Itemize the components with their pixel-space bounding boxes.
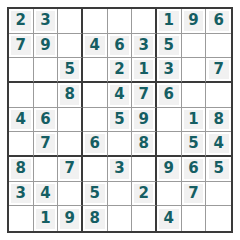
cell-r1c5[interactable] xyxy=(108,9,133,34)
cell-r6c8: 5 xyxy=(182,132,207,157)
cell-r2c2: 9 xyxy=(34,34,59,59)
cell-r7c1: 8 xyxy=(9,157,34,182)
cell-r3c2[interactable] xyxy=(34,58,59,83)
given-digit: 6 xyxy=(36,110,55,129)
cell-r3c4[interactable] xyxy=(83,58,108,83)
given-digit: 5 xyxy=(85,184,104,203)
given-digit: 3 xyxy=(110,159,129,178)
sudoku-board: 2319679463552137847646591876854873965345… xyxy=(7,7,233,233)
given-digit: 2 xyxy=(110,60,129,79)
given-digit: 9 xyxy=(134,110,153,129)
given-digit: 2 xyxy=(134,184,153,203)
cell-r1c8: 9 xyxy=(182,9,207,34)
cell-r5c6: 9 xyxy=(132,108,157,133)
given-digit: 7 xyxy=(11,36,30,55)
cell-r2c7: 5 xyxy=(157,34,182,59)
cell-r3c1[interactable] xyxy=(9,58,34,83)
cell-r8c9[interactable] xyxy=(206,182,231,207)
cell-r9c2: 1 xyxy=(34,206,59,231)
given-digit: 8 xyxy=(209,110,229,129)
cell-r2c1: 7 xyxy=(9,34,34,59)
cell-r1c9: 6 xyxy=(206,9,231,34)
cell-r9c9[interactable] xyxy=(206,206,231,231)
cell-r9c3: 9 xyxy=(58,206,83,231)
given-digit: 5 xyxy=(159,36,178,55)
given-digit: 8 xyxy=(85,209,104,229)
cell-r5c8: 1 xyxy=(182,108,207,133)
cell-r8c8: 7 xyxy=(182,182,207,207)
given-digit: 5 xyxy=(60,60,79,79)
cell-r2c5: 6 xyxy=(108,34,133,59)
given-digit: 9 xyxy=(159,159,178,178)
cell-r2c8[interactable] xyxy=(182,34,207,59)
given-digit: 9 xyxy=(184,11,203,30)
cell-r5c1: 4 xyxy=(9,108,34,133)
given-digit: 3 xyxy=(36,11,55,30)
given-digit: 4 xyxy=(110,85,129,104)
cell-r6c7[interactable] xyxy=(157,132,182,157)
cell-r7c8: 6 xyxy=(182,157,207,182)
given-digit: 7 xyxy=(134,85,153,104)
cell-r3c7: 3 xyxy=(157,58,182,83)
cell-r4c8[interactable] xyxy=(182,83,207,108)
cell-r8c5[interactable] xyxy=(108,182,133,207)
given-digit: 9 xyxy=(36,36,55,55)
cell-r8c4: 5 xyxy=(83,182,108,207)
cell-r5c9: 8 xyxy=(206,108,231,133)
given-digit: 1 xyxy=(184,110,203,129)
cell-r9c1[interactable] xyxy=(9,206,34,231)
cell-r7c6[interactable] xyxy=(132,157,157,182)
given-digit: 4 xyxy=(36,184,55,203)
cell-r8c6: 2 xyxy=(132,182,157,207)
cell-r1c7: 1 xyxy=(157,9,182,34)
cell-r1c3[interactable] xyxy=(58,9,83,34)
cell-r3c9: 7 xyxy=(206,58,231,83)
sudoku-app: 2319679463552137847646591876854873965345… xyxy=(0,0,240,240)
cell-r5c4[interactable] xyxy=(83,108,108,133)
given-digit: 5 xyxy=(209,159,229,178)
given-digit: 1 xyxy=(134,60,153,79)
cell-r4c6: 7 xyxy=(132,83,157,108)
cell-r6c1[interactable] xyxy=(9,132,34,157)
cell-r1c1: 2 xyxy=(9,9,34,34)
cell-r8c3[interactable] xyxy=(58,182,83,207)
given-digit: 5 xyxy=(184,134,203,153)
cell-r7c5: 3 xyxy=(108,157,133,182)
given-digit: 3 xyxy=(159,60,178,79)
given-digit: 9 xyxy=(60,209,79,229)
cell-r5c3[interactable] xyxy=(58,108,83,133)
given-digit: 6 xyxy=(159,85,178,104)
cell-r6c6: 8 xyxy=(132,132,157,157)
given-digit: 1 xyxy=(159,11,178,30)
cell-r6c5[interactable] xyxy=(108,132,133,157)
cell-r5c2: 6 xyxy=(34,108,59,133)
cell-r9c5[interactable] xyxy=(108,206,133,231)
cell-r4c2[interactable] xyxy=(34,83,59,108)
cell-r6c2: 7 xyxy=(34,132,59,157)
given-digit: 6 xyxy=(110,36,129,55)
given-digit: 3 xyxy=(11,184,30,203)
cell-r4c3: 8 xyxy=(58,83,83,108)
cell-r2c4: 4 xyxy=(83,34,108,59)
cell-r1c2: 3 xyxy=(34,9,59,34)
given-digit: 8 xyxy=(11,159,30,178)
given-digit: 6 xyxy=(85,134,104,153)
cell-r3c5: 2 xyxy=(108,58,133,83)
cell-r2c6: 3 xyxy=(132,34,157,59)
cell-r7c3: 7 xyxy=(58,157,83,182)
cell-r8c1: 3 xyxy=(9,182,34,207)
given-digit: 7 xyxy=(36,134,55,153)
cell-r3c3: 5 xyxy=(58,58,83,83)
cell-r2c9[interactable] xyxy=(206,34,231,59)
cell-r3c8[interactable] xyxy=(182,58,207,83)
given-digit: 7 xyxy=(60,159,79,178)
cell-r7c7: 9 xyxy=(157,157,182,182)
given-digit: 7 xyxy=(209,60,229,79)
cell-r8c7[interactable] xyxy=(157,182,182,207)
cell-r5c7[interactable] xyxy=(157,108,182,133)
cell-r2c3[interactable] xyxy=(58,34,83,59)
cell-r9c7: 4 xyxy=(157,206,182,231)
cell-r4c1[interactable] xyxy=(9,83,34,108)
cell-r9c6[interactable] xyxy=(132,206,157,231)
given-digit: 4 xyxy=(209,134,229,153)
cell-r1c4[interactable] xyxy=(83,9,108,34)
cell-r7c2[interactable] xyxy=(34,157,59,182)
cell-r6c9: 4 xyxy=(206,132,231,157)
given-digit: 1 xyxy=(36,209,55,229)
given-digit: 5 xyxy=(110,110,129,129)
given-digit: 6 xyxy=(184,159,203,178)
cell-r7c4[interactable] xyxy=(83,157,108,182)
cell-r6c3[interactable] xyxy=(58,132,83,157)
cell-r9c4: 8 xyxy=(83,206,108,231)
given-digit: 8 xyxy=(134,134,153,153)
cell-r9c8[interactable] xyxy=(182,206,207,231)
cell-r7c9: 5 xyxy=(206,157,231,182)
cell-r4c9[interactable] xyxy=(206,83,231,108)
cell-r5c5: 5 xyxy=(108,108,133,133)
cell-r6c4: 6 xyxy=(83,132,108,157)
cell-r4c7: 6 xyxy=(157,83,182,108)
cell-r3c6: 1 xyxy=(132,58,157,83)
given-digit: 8 xyxy=(60,85,79,104)
given-digit: 6 xyxy=(209,11,229,30)
given-digit: 4 xyxy=(11,110,30,129)
cell-r8c2: 4 xyxy=(34,182,59,207)
cell-r4c5: 4 xyxy=(108,83,133,108)
given-digit: 4 xyxy=(159,209,178,229)
given-digit: 2 xyxy=(11,11,30,30)
given-digit: 3 xyxy=(134,36,153,55)
cell-r4c4[interactable] xyxy=(83,83,108,108)
given-digit: 7 xyxy=(184,184,203,203)
cell-r1c6[interactable] xyxy=(132,9,157,34)
given-digit: 4 xyxy=(85,36,104,55)
